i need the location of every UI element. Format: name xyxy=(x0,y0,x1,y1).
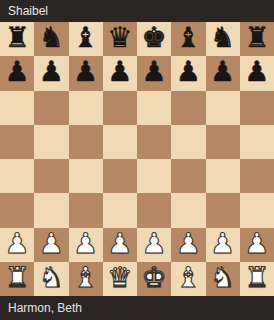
piece-white-knight[interactable]: ♞ xyxy=(210,264,235,292)
square-h8[interactable]: ♜ xyxy=(240,22,274,56)
piece-black-rook[interactable]: ♜ xyxy=(244,24,269,52)
square-f7[interactable]: ♟ xyxy=(171,56,205,90)
square-b3[interactable] xyxy=(34,193,68,227)
piece-white-pawn[interactable]: ♟ xyxy=(73,230,98,258)
square-e1[interactable]: ♚ xyxy=(137,262,171,296)
piece-black-pawn[interactable]: ♟ xyxy=(73,58,98,86)
square-h7[interactable]: ♟ xyxy=(240,56,274,90)
square-a7[interactable]: ♟ xyxy=(0,56,34,90)
square-f1[interactable]: ♝ xyxy=(171,262,205,296)
square-e3[interactable] xyxy=(137,193,171,227)
square-g7[interactable]: ♟ xyxy=(206,56,240,90)
square-g2[interactable]: ♟ xyxy=(206,228,240,262)
piece-black-pawn[interactable]: ♟ xyxy=(5,58,30,86)
square-f3[interactable] xyxy=(171,193,205,227)
piece-white-pawn[interactable]: ♟ xyxy=(5,230,30,258)
square-d8[interactable]: ♛ xyxy=(103,22,137,56)
square-b2[interactable]: ♟ xyxy=(34,228,68,262)
square-c5[interactable] xyxy=(69,125,103,159)
piece-white-bishop[interactable]: ♝ xyxy=(73,264,98,292)
square-e6[interactable] xyxy=(137,91,171,125)
piece-black-king[interactable]: ♚ xyxy=(142,24,167,52)
player-name-bar: Harmon, Beth xyxy=(0,296,274,320)
piece-white-queen[interactable]: ♛ xyxy=(107,264,132,292)
square-f8[interactable]: ♝ xyxy=(171,22,205,56)
square-d2[interactable]: ♟ xyxy=(103,228,137,262)
square-e5[interactable] xyxy=(137,125,171,159)
square-c7[interactable]: ♟ xyxy=(69,56,103,90)
square-h2[interactable]: ♟ xyxy=(240,228,274,262)
square-g3[interactable] xyxy=(206,193,240,227)
square-a4[interactable] xyxy=(0,159,34,193)
square-c6[interactable] xyxy=(69,91,103,125)
player-name: Harmon, Beth xyxy=(8,301,82,315)
square-h4[interactable] xyxy=(240,159,274,193)
square-c3[interactable] xyxy=(69,193,103,227)
square-f6[interactable] xyxy=(171,91,205,125)
piece-black-pawn[interactable]: ♟ xyxy=(142,58,167,86)
square-c4[interactable] xyxy=(69,159,103,193)
square-f2[interactable]: ♟ xyxy=(171,228,205,262)
piece-white-king[interactable]: ♚ xyxy=(142,264,167,292)
square-g8[interactable]: ♞ xyxy=(206,22,240,56)
opponent-name-bar: Shaibel xyxy=(0,0,274,22)
square-h1[interactable]: ♜ xyxy=(240,262,274,296)
piece-white-pawn[interactable]: ♟ xyxy=(142,230,167,258)
square-g6[interactable] xyxy=(206,91,240,125)
piece-black-pawn[interactable]: ♟ xyxy=(107,58,132,86)
square-a8[interactable]: ♜ xyxy=(0,22,34,56)
piece-black-queen[interactable]: ♛ xyxy=(107,24,132,52)
piece-black-bishop[interactable]: ♝ xyxy=(176,24,201,52)
square-h5[interactable] xyxy=(240,125,274,159)
square-h3[interactable] xyxy=(240,193,274,227)
piece-black-rook[interactable]: ♜ xyxy=(5,24,30,52)
piece-black-pawn[interactable]: ♟ xyxy=(176,58,201,86)
square-d4[interactable] xyxy=(103,159,137,193)
square-b5[interactable] xyxy=(34,125,68,159)
piece-white-knight[interactable]: ♞ xyxy=(39,264,64,292)
square-d5[interactable] xyxy=(103,125,137,159)
piece-white-pawn[interactable]: ♟ xyxy=(210,230,235,258)
square-g4[interactable] xyxy=(206,159,240,193)
piece-white-pawn[interactable]: ♟ xyxy=(244,230,269,258)
square-d3[interactable] xyxy=(103,193,137,227)
square-a3[interactable] xyxy=(0,193,34,227)
piece-white-rook[interactable]: ♜ xyxy=(244,264,269,292)
square-b6[interactable] xyxy=(34,91,68,125)
square-e2[interactable]: ♟ xyxy=(137,228,171,262)
square-b7[interactable]: ♟ xyxy=(34,56,68,90)
piece-white-bishop[interactable]: ♝ xyxy=(176,264,201,292)
square-a2[interactable]: ♟ xyxy=(0,228,34,262)
square-b8[interactable]: ♞ xyxy=(34,22,68,56)
chess-game-window: Shaibel ♜♞♝♛♚♝♞♜♟♟♟♟♟♟♟♟♟♟♟♟♟♟♟♟♜♞♝♛♚♝♞♜… xyxy=(0,0,274,320)
piece-black-pawn[interactable]: ♟ xyxy=(244,58,269,86)
square-a5[interactable] xyxy=(0,125,34,159)
square-e8[interactable]: ♚ xyxy=(137,22,171,56)
square-b1[interactable]: ♞ xyxy=(34,262,68,296)
square-c1[interactable]: ♝ xyxy=(69,262,103,296)
piece-black-pawn[interactable]: ♟ xyxy=(210,58,235,86)
piece-black-bishop[interactable]: ♝ xyxy=(73,24,98,52)
square-e7[interactable]: ♟ xyxy=(137,56,171,90)
square-g1[interactable]: ♞ xyxy=(206,262,240,296)
square-g5[interactable] xyxy=(206,125,240,159)
chess-board: ♜♞♝♛♚♝♞♜♟♟♟♟♟♟♟♟♟♟♟♟♟♟♟♟♜♞♝♛♚♝♞♜ xyxy=(0,22,274,296)
square-d7[interactable]: ♟ xyxy=(103,56,137,90)
piece-black-knight[interactable]: ♞ xyxy=(39,24,64,52)
square-b4[interactable] xyxy=(34,159,68,193)
piece-white-rook[interactable]: ♜ xyxy=(5,264,30,292)
square-h6[interactable] xyxy=(240,91,274,125)
square-a6[interactable] xyxy=(0,91,34,125)
piece-white-pawn[interactable]: ♟ xyxy=(107,230,132,258)
piece-black-knight[interactable]: ♞ xyxy=(210,24,235,52)
square-d1[interactable]: ♛ xyxy=(103,262,137,296)
piece-white-pawn[interactable]: ♟ xyxy=(176,230,201,258)
square-f4[interactable] xyxy=(171,159,205,193)
square-e4[interactable] xyxy=(137,159,171,193)
opponent-name: Shaibel xyxy=(8,4,48,18)
piece-white-pawn[interactable]: ♟ xyxy=(39,230,64,258)
square-d6[interactable] xyxy=(103,91,137,125)
piece-black-pawn[interactable]: ♟ xyxy=(39,58,64,86)
square-c8[interactable]: ♝ xyxy=(69,22,103,56)
square-c2[interactable]: ♟ xyxy=(69,228,103,262)
square-f5[interactable] xyxy=(171,125,205,159)
square-a1[interactable]: ♜ xyxy=(0,262,34,296)
